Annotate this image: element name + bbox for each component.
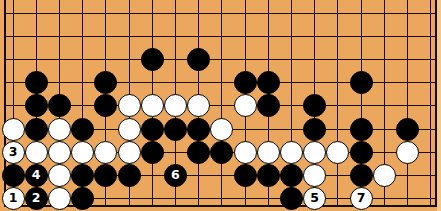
black-stone bbox=[141, 48, 164, 71]
black-stone bbox=[94, 71, 117, 94]
white-stone bbox=[48, 118, 71, 141]
black-stone bbox=[94, 94, 117, 117]
black-stone bbox=[210, 141, 233, 164]
grid-line-horizontal bbox=[4, 36, 435, 37]
black-stone bbox=[280, 164, 303, 187]
black-stone bbox=[141, 118, 164, 141]
black-stone bbox=[396, 118, 419, 141]
black-stone bbox=[257, 94, 280, 117]
white-stone bbox=[210, 118, 233, 141]
grid-line-vertical bbox=[337, 0, 338, 205]
black-stone-move-6: 6 bbox=[164, 164, 187, 187]
move-number-label: 3 bbox=[9, 146, 18, 159]
white-stone bbox=[94, 141, 117, 164]
white-stone bbox=[25, 141, 48, 164]
black-stone bbox=[141, 141, 164, 164]
black-stone bbox=[350, 71, 373, 94]
black-stone bbox=[234, 164, 257, 187]
black-stone bbox=[187, 48, 210, 71]
white-stone bbox=[48, 141, 71, 164]
white-stone-move-7: 7 bbox=[350, 187, 373, 210]
black-stone bbox=[257, 71, 280, 94]
black-stone bbox=[71, 118, 94, 141]
black-stone-move-4: 4 bbox=[25, 164, 48, 187]
move-number-label: 1 bbox=[9, 192, 18, 205]
move-number-label: 6 bbox=[171, 169, 180, 182]
grid-line-vertical bbox=[221, 0, 222, 205]
black-stone bbox=[25, 118, 48, 141]
black-stone bbox=[48, 94, 71, 117]
white-stone bbox=[118, 118, 141, 141]
move-number-label: 7 bbox=[357, 192, 366, 205]
white-stone bbox=[48, 164, 71, 187]
board-edge-right bbox=[435, 0, 438, 207]
white-stone bbox=[48, 187, 71, 210]
black-stone bbox=[118, 164, 141, 187]
black-stone bbox=[187, 141, 210, 164]
move-number-label: 2 bbox=[32, 192, 41, 205]
board-right-margin bbox=[437, 0, 441, 211]
black-stone bbox=[25, 94, 48, 117]
white-stone bbox=[234, 141, 257, 164]
grid-line-horizontal bbox=[4, 13, 435, 14]
go-board: 3461257 bbox=[0, 0, 441, 211]
black-stone-move-2: 2 bbox=[25, 187, 48, 210]
white-stone bbox=[396, 141, 419, 164]
grid-line-vertical bbox=[430, 0, 431, 205]
black-stone bbox=[2, 164, 25, 187]
black-stone bbox=[303, 118, 326, 141]
white-stone bbox=[164, 94, 187, 117]
black-stone bbox=[25, 71, 48, 94]
white-stone bbox=[234, 94, 257, 117]
white-stone bbox=[187, 94, 210, 117]
grid-line-horizontal bbox=[4, 59, 435, 60]
black-stone bbox=[234, 71, 257, 94]
white-stone bbox=[280, 141, 303, 164]
black-stone bbox=[280, 187, 303, 210]
black-stone bbox=[164, 118, 187, 141]
white-stone bbox=[141, 94, 164, 117]
black-stone bbox=[257, 164, 280, 187]
white-stone bbox=[326, 141, 349, 164]
move-number-label: 5 bbox=[310, 192, 319, 205]
white-stone bbox=[373, 164, 396, 187]
white-stone bbox=[2, 118, 25, 141]
grid-line-vertical bbox=[407, 0, 408, 205]
black-stone bbox=[94, 164, 117, 187]
black-stone bbox=[303, 94, 326, 117]
black-stone bbox=[350, 164, 373, 187]
white-stone-move-1: 1 bbox=[2, 187, 25, 210]
white-stone bbox=[71, 141, 94, 164]
black-stone bbox=[71, 164, 94, 187]
white-stone-move-3: 3 bbox=[2, 141, 25, 164]
white-stone bbox=[257, 141, 280, 164]
white-stone bbox=[118, 141, 141, 164]
white-stone bbox=[303, 141, 326, 164]
move-number-label: 4 bbox=[32, 169, 41, 182]
white-stone bbox=[118, 94, 141, 117]
black-stone bbox=[187, 118, 210, 141]
black-stone bbox=[350, 118, 373, 141]
white-stone bbox=[303, 164, 326, 187]
black-stone bbox=[350, 141, 373, 164]
